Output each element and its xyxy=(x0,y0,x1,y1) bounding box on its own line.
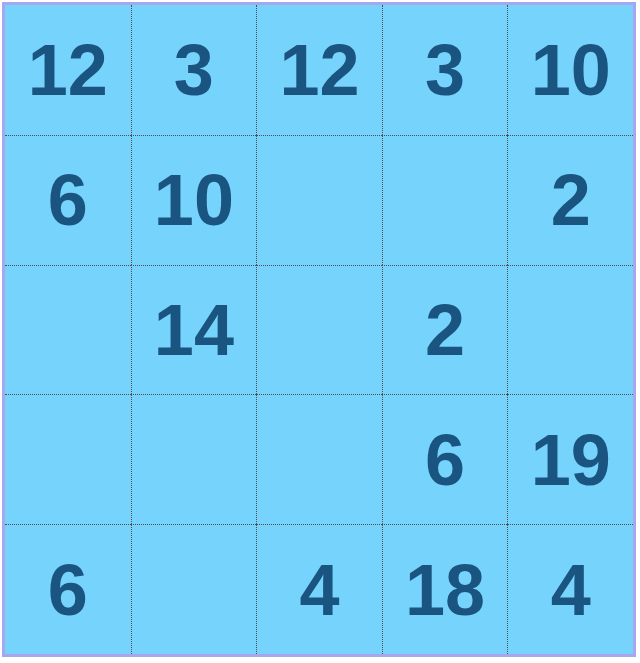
cell-r3c4[interactable]: 2 xyxy=(382,265,508,395)
cell-r1c3[interactable]: 12 xyxy=(256,5,382,135)
cell-r4c3[interactable] xyxy=(256,394,382,524)
cell-r2c5[interactable]: 2 xyxy=(507,135,633,265)
cell-r2c2[interactable]: 10 xyxy=(131,135,257,265)
cell-r5c3[interactable]: 4 xyxy=(256,524,382,654)
cell-r5c4[interactable]: 18 xyxy=(382,524,508,654)
cell-r3c5[interactable] xyxy=(507,265,633,395)
cell-r5c5[interactable]: 4 xyxy=(507,524,633,654)
puzzle-board: 12 3 12 3 10 6 10 2 14 2 6 19 6 4 18 4 xyxy=(2,2,636,657)
cell-r4c1[interactable] xyxy=(5,394,131,524)
cell-r2c1[interactable]: 6 xyxy=(5,135,131,265)
cell-r3c1[interactable] xyxy=(5,265,131,395)
cell-r1c1[interactable]: 12 xyxy=(5,5,131,135)
cell-r1c5[interactable]: 10 xyxy=(507,5,633,135)
cell-r2c4[interactable] xyxy=(382,135,508,265)
cell-r1c2[interactable]: 3 xyxy=(131,5,257,135)
cell-r1c4[interactable]: 3 xyxy=(382,5,508,135)
cell-r4c2[interactable] xyxy=(131,394,257,524)
cell-r3c2[interactable]: 14 xyxy=(131,265,257,395)
cell-r3c3[interactable] xyxy=(256,265,382,395)
cell-r5c1[interactable]: 6 xyxy=(5,524,131,654)
cell-r4c5[interactable]: 19 xyxy=(507,394,633,524)
cell-r2c3[interactable] xyxy=(256,135,382,265)
cell-r5c2[interactable] xyxy=(131,524,257,654)
cell-r4c4[interactable]: 6 xyxy=(382,394,508,524)
